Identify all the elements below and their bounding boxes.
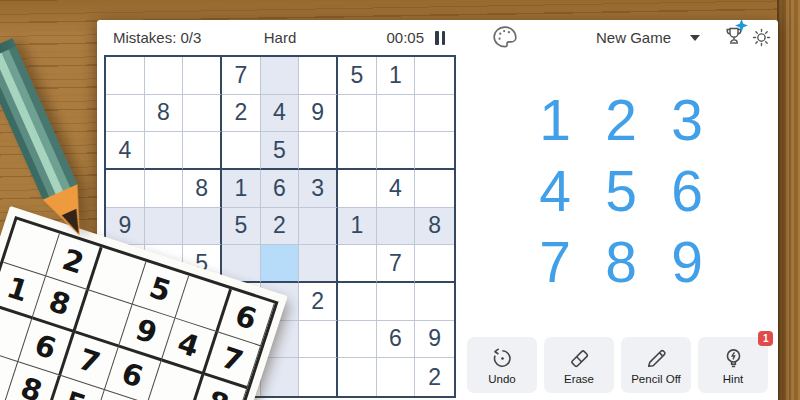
chevron-down-icon: [690, 35, 700, 41]
board-cell-r8c7[interactable]: [338, 321, 377, 359]
hint-badge: 1: [758, 331, 773, 346]
pencil-button[interactable]: Pencil Off: [621, 337, 691, 393]
board-cell-r8c6[interactable]: [299, 321, 338, 359]
board-cell-r4c3[interactable]: 8: [183, 170, 222, 208]
board-cell-r8c9[interactable]: 9: [415, 321, 454, 359]
numpad-key-6[interactable]: 6: [654, 155, 720, 226]
hint-label: Hint: [723, 373, 743, 385]
timer: 00:05: [386, 29, 424, 46]
board-cell-r3c9[interactable]: [415, 132, 454, 170]
board-cell-r6c6[interactable]: [299, 245, 338, 283]
pencil-icon: [644, 346, 669, 371]
board-cell-r7c6[interactable]: 2: [299, 283, 338, 321]
board-cell-r7c8[interactable]: [377, 283, 416, 321]
undo-button[interactable]: Undo: [467, 337, 537, 393]
board-cell-r2c9[interactable]: [415, 95, 454, 133]
board-cell-r5c2[interactable]: [145, 208, 184, 246]
top-bar: Mistakes: 0/3 Hard 00:05: [104, 20, 456, 55]
numpad-key-2[interactable]: 2: [588, 84, 654, 155]
board-cell-r6c8[interactable]: 7: [377, 245, 416, 283]
erase-button[interactable]: Erase: [544, 337, 614, 393]
undo-label: Undo: [488, 373, 516, 385]
board-cell-r4c7[interactable]: [338, 170, 377, 208]
mistakes-counter: Mistakes: 0/3: [113, 29, 201, 46]
hint-button[interactable]: Hint1: [698, 337, 768, 393]
board-cell-r9c6[interactable]: [299, 358, 338, 396]
board-cell-r3c6[interactable]: [299, 132, 338, 170]
board-cell-r2c7[interactable]: [338, 95, 377, 133]
board-cell-r2c3[interactable]: [183, 95, 222, 133]
board-cell-r5c7[interactable]: 1: [338, 208, 377, 246]
undo-icon: [490, 346, 515, 371]
board-cell-r5c6[interactable]: [299, 208, 338, 246]
board-cell-r4c2[interactable]: [145, 170, 184, 208]
board-cell-r3c7[interactable]: [338, 132, 377, 170]
screenshot-canvas: Mistakes: 0/3 Hard 00:05 751824945816349…: [0, 0, 800, 400]
board-cell-r5c8[interactable]: [377, 208, 416, 246]
eraser-icon: [567, 346, 592, 371]
board-cell-r5c3[interactable]: [183, 208, 222, 246]
board-cell-r1c3[interactable]: [183, 57, 222, 95]
wood-right-edge: [777, 0, 800, 400]
board-cell-r4c9[interactable]: [415, 170, 454, 208]
board-cell-r6c7[interactable]: [338, 245, 377, 283]
board-cell-r1c6[interactable]: [299, 57, 338, 95]
board-cell-r1c7[interactable]: 5: [338, 57, 377, 95]
numpad-key-4[interactable]: 4: [522, 155, 588, 226]
board-cell-r6c9[interactable]: [415, 245, 454, 283]
board-cell-r3c8[interactable]: [377, 132, 416, 170]
board-cell-r4c6[interactable]: 3: [299, 170, 338, 208]
board-cell-r9c7[interactable]: [338, 358, 377, 396]
board-cell-r9c8[interactable]: [377, 358, 416, 396]
board-cell-r8c8[interactable]: 6: [377, 321, 416, 359]
board-cell-r5c9[interactable]: 8: [415, 208, 454, 246]
new-game-label: New Game: [596, 29, 671, 46]
gear-icon[interactable]: [751, 27, 772, 48]
board-cell-r9c5[interactable]: [261, 358, 300, 396]
numpad-key-1[interactable]: 1: [522, 84, 588, 155]
board-cell-r9c9[interactable]: 2: [415, 358, 454, 396]
numpad-key-5[interactable]: 5: [588, 155, 654, 226]
lightbulb-icon: [721, 346, 746, 371]
board-cell-r3c3[interactable]: [183, 132, 222, 170]
board-cell-r2c5[interactable]: 4: [261, 95, 300, 133]
board-cell-r2c8[interactable]: [377, 95, 416, 133]
board-cell-r4c8[interactable]: 4: [377, 170, 416, 208]
board-cell-r1c9[interactable]: [415, 57, 454, 95]
trophy-star-badge: [735, 19, 748, 32]
numpad-key-9[interactable]: 9: [654, 226, 720, 297]
board-cell-r7c7[interactable]: [338, 283, 377, 321]
board-cell-r2c1[interactable]: [106, 95, 145, 133]
board-cell-r3c1[interactable]: 4: [106, 132, 145, 170]
board-cell-r4c5[interactable]: 6: [261, 170, 300, 208]
board-cell-r4c4[interactable]: 1: [222, 170, 261, 208]
numpad-key-8[interactable]: 8: [588, 226, 654, 297]
board-cell-r1c8[interactable]: 1: [377, 57, 416, 95]
new-game-button[interactable]: New Game: [596, 20, 700, 55]
board-cell-r1c1[interactable]: [106, 57, 145, 95]
board-cell-r7c9[interactable]: [415, 283, 454, 321]
board-cell-r1c4[interactable]: 7: [222, 57, 261, 95]
erase-label: Erase: [564, 373, 594, 385]
board-cell-r2c4[interactable]: 2: [222, 95, 261, 133]
board-cell-r5c5[interactable]: 2: [261, 208, 300, 246]
pause-icon[interactable]: [433, 29, 447, 47]
board-cell-r3c2[interactable]: [145, 132, 184, 170]
board-cell-r3c4[interactable]: [222, 132, 261, 170]
numpad-key-7[interactable]: 7: [522, 226, 588, 297]
palette-icon[interactable]: [492, 25, 518, 51]
board-cell-r1c5[interactable]: [261, 57, 300, 95]
board-cell-r1c2[interactable]: [145, 57, 184, 95]
numpad-key-3[interactable]: 3: [654, 84, 720, 155]
board-cell-r4c1[interactable]: [106, 170, 145, 208]
trophy-icon[interactable]: [722, 24, 746, 48]
board-cell-r2c2[interactable]: 8: [145, 95, 184, 133]
number-pad: 123456789: [522, 84, 720, 297]
action-button-row: UndoErasePencil OffHint1: [467, 337, 768, 393]
board-cell-r2c6[interactable]: 9: [299, 95, 338, 133]
pencil-label: Pencil Off: [631, 373, 681, 385]
board-cell-r6c5[interactable]: [261, 245, 300, 283]
board-cell-r3c5[interactable]: 5: [261, 132, 300, 170]
board-cell-r5c4[interactable]: 5: [222, 208, 261, 246]
